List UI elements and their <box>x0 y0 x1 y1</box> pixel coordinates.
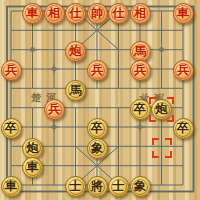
piece-red-soldier[interactable]: 兵 <box>130 60 151 81</box>
piece-red-horse[interactable]: 馬 <box>130 41 151 62</box>
xiangqi-board: 楚河 漢界 車相仕帥仕相車炮馬兵兵兵兵兵馬卒炮卒卒卒炮象車車士將士象 <box>0 0 200 200</box>
piece-black-general[interactable]: 將 <box>87 176 108 197</box>
piece-red-soldier[interactable]: 兵 <box>44 99 65 120</box>
piece-black-horse[interactable]: 馬 <box>65 80 86 101</box>
piece-red-advisor[interactable]: 仕 <box>108 3 129 24</box>
piece-red-soldier[interactable]: 兵 <box>173 60 194 81</box>
piece-red-chariot[interactable]: 車 <box>173 3 194 24</box>
piece-red-general[interactable]: 帥 <box>87 3 108 24</box>
piece-black-soldier[interactable]: 卒 <box>173 118 194 139</box>
piece-black-soldier[interactable]: 卒 <box>1 118 22 139</box>
piece-black-chariot[interactable]: 車 <box>22 157 43 178</box>
piece-black-cannon[interactable]: 炮 <box>151 99 172 120</box>
piece-red-cannon[interactable]: 炮 <box>65 41 86 62</box>
piece-black-cannon[interactable]: 炮 <box>22 138 43 159</box>
piece-red-soldier[interactable]: 兵 <box>1 60 22 81</box>
piece-black-elephant[interactable]: 象 <box>130 176 151 197</box>
piece-black-soldier[interactable]: 卒 <box>87 118 108 139</box>
piece-red-elephant[interactable]: 相 <box>130 3 151 24</box>
piece-red-soldier[interactable]: 兵 <box>87 60 108 81</box>
piece-black-elephant[interactable]: 象 <box>87 138 108 159</box>
piece-black-soldier[interactable]: 卒 <box>130 99 151 120</box>
piece-black-chariot[interactable]: 車 <box>1 176 22 197</box>
piece-red-chariot[interactable]: 車 <box>22 3 43 24</box>
piece-red-advisor[interactable]: 仕 <box>65 3 86 24</box>
piece-red-elephant[interactable]: 相 <box>44 3 65 24</box>
